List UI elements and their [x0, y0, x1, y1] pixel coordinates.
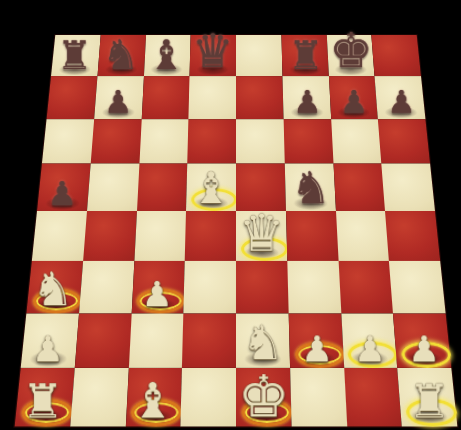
white-knight-e2[interactable]: ♞: [242, 321, 285, 366]
square-c2[interactable]: [128, 313, 183, 368]
square-d6[interactable]: [187, 119, 236, 164]
square-b1[interactable]: [70, 368, 128, 426]
square-b6[interactable]: [90, 119, 141, 164]
black-bishop-c8[interactable]: ♝: [148, 36, 185, 75]
board-scene: ♜♞♝♛♜♚♟♟♟♟♟♝♞♛♞♟♟♞♟♟♟♜♝♚♜: [0, 0, 461, 430]
square-d3[interactable]: [184, 261, 236, 313]
square-g1[interactable]: [344, 368, 402, 426]
square-d2[interactable]: [182, 313, 236, 368]
square-b3[interactable]: [79, 261, 134, 313]
square-g7[interactable]: ♟: [328, 76, 378, 119]
square-g2[interactable]: ♟: [341, 313, 398, 368]
square-c1[interactable]: ♝: [125, 368, 182, 426]
square-d7[interactable]: [189, 76, 236, 119]
white-pawn-f2[interactable]: ♟: [301, 332, 333, 366]
black-knight-f5[interactable]: ♞: [291, 167, 330, 209]
square-h2[interactable]: ♟: [393, 313, 451, 368]
square-f8[interactable]: ♜: [281, 35, 328, 76]
square-c4[interactable]: [134, 211, 186, 261]
black-rook-f8[interactable]: ♜: [288, 37, 323, 74]
white-pawn-h2[interactable]: ♟: [408, 332, 440, 366]
chess-board[interactable]: ♜♞♝♛♜♚♟♟♟♟♟♝♞♛♞♟♟♞♟♟♟♜♝♚♜: [15, 35, 458, 426]
white-rook-a1[interactable]: ♜: [22, 380, 64, 424]
square-g4[interactable]: [336, 211, 390, 261]
game-window: ♜♞♝♛♜♚♟♟♟♟♟♝♞♛♞♟♟♞♟♟♟♜♝♚♜: [0, 0, 461, 430]
white-pawn-c3[interactable]: ♟: [142, 278, 173, 311]
square-b5[interactable]: [87, 164, 139, 211]
white-king-e1[interactable]: ♚: [238, 369, 290, 424]
square-e1[interactable]: ♚: [236, 368, 291, 426]
square-c7[interactable]: [141, 76, 189, 119]
square-d8[interactable]: ♛: [190, 35, 236, 76]
square-h4[interactable]: [385, 211, 440, 261]
square-e3[interactable]: [236, 261, 288, 313]
white-queen-e4[interactable]: ♛: [239, 210, 285, 259]
square-f6[interactable]: [283, 119, 333, 164]
white-bishop-d5[interactable]: ♝: [191, 167, 230, 209]
square-b4[interactable]: [83, 211, 137, 261]
square-e2[interactable]: ♞: [236, 313, 290, 368]
square-f2[interactable]: ♟: [288, 313, 343, 368]
square-e7[interactable]: [236, 76, 283, 119]
square-h3[interactable]: [389, 261, 445, 313]
black-pawn-a5[interactable]: ♟: [47, 178, 77, 209]
square-g3[interactable]: [338, 261, 393, 313]
square-f3[interactable]: [287, 261, 341, 313]
square-g8[interactable]: ♚: [326, 35, 374, 76]
square-h6[interactable]: [378, 119, 430, 164]
square-a7[interactable]: [47, 76, 98, 119]
black-queen-d8[interactable]: ♛: [192, 30, 234, 74]
square-g5[interactable]: [333, 164, 385, 211]
square-b7[interactable]: ♟: [94, 76, 144, 119]
square-e8[interactable]: [236, 35, 282, 76]
square-h5[interactable]: [382, 164, 435, 211]
square-f7[interactable]: ♟: [282, 76, 330, 119]
black-pawn-f7[interactable]: ♟: [293, 87, 321, 117]
square-c8[interactable]: ♝: [144, 35, 191, 76]
square-a3[interactable]: ♞: [26, 261, 82, 313]
white-bishop-c1[interactable]: ♝: [131, 378, 175, 424]
square-f5[interactable]: ♞: [285, 164, 336, 211]
square-a2[interactable]: ♟: [21, 313, 79, 368]
white-pawn-g2[interactable]: ♟: [354, 332, 386, 366]
square-a1[interactable]: ♜: [15, 368, 75, 426]
square-c3[interactable]: ♟: [131, 261, 185, 313]
square-a5[interactable]: ♟: [37, 164, 90, 211]
square-h8[interactable]: [372, 35, 421, 76]
square-a8[interactable]: ♜: [51, 35, 100, 76]
square-e6[interactable]: [236, 119, 285, 164]
square-h1[interactable]: ♜: [398, 368, 458, 426]
square-a4[interactable]: [32, 211, 87, 261]
square-a6[interactable]: [42, 119, 94, 164]
square-b2[interactable]: [74, 313, 131, 368]
square-e4[interactable]: ♛: [236, 211, 287, 261]
square-c5[interactable]: [137, 164, 188, 211]
black-pawn-g7[interactable]: ♟: [340, 87, 368, 117]
square-b8[interactable]: ♞: [97, 35, 145, 76]
square-f4[interactable]: [286, 211, 338, 261]
white-pawn-a2[interactable]: ♟: [32, 332, 64, 366]
black-pawn-b7[interactable]: ♟: [104, 87, 132, 117]
white-rook-h1[interactable]: ♜: [409, 380, 451, 424]
square-h7[interactable]: ♟: [375, 76, 426, 119]
square-d5[interactable]: ♝: [186, 164, 236, 211]
square-d4[interactable]: [185, 211, 236, 261]
square-f1[interactable]: [290, 368, 347, 426]
black-king-g8[interactable]: ♚: [330, 28, 373, 74]
black-knight-b8[interactable]: ♞: [102, 36, 139, 75]
black-rook-a8[interactable]: ♜: [57, 37, 92, 74]
black-pawn-h7[interactable]: ♟: [388, 87, 416, 117]
square-c6[interactable]: [139, 119, 189, 164]
white-knight-a3[interactable]: ♞: [32, 267, 74, 311]
square-g6[interactable]: [331, 119, 382, 164]
square-d1[interactable]: [181, 368, 236, 426]
